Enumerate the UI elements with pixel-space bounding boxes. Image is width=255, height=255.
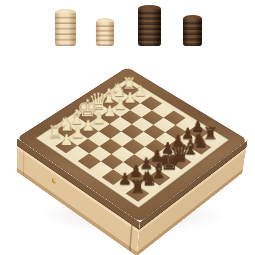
chess-set-scene: ♜♞♝♛♚♝♞♜♟♟♟♟♟♟♟♟♟♟♟♟♟♟♟♟♜♞♝♛♚♝♞♜ xyxy=(0,0,255,255)
black-rook-h8: ♜ xyxy=(129,178,145,196)
drawer-knob xyxy=(52,177,56,184)
product-photo: ♜♞♝♛♚♝♞♜♟♟♟♟♟♟♟♟♟♟♟♟♟♟♟♟♜♞♝♛♚♝♞♜ xyxy=(0,0,255,255)
